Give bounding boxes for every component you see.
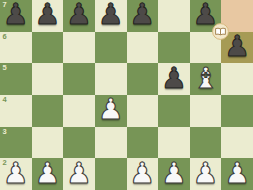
square-b5[interactable] (32, 63, 64, 95)
piece-black-pawn[interactable]: ♟ (129, 0, 155, 29)
square-g5[interactable]: ♝ (190, 63, 222, 95)
square-d4[interactable]: ♟ (95, 95, 127, 127)
square-e4[interactable] (127, 95, 159, 127)
chess-app-viewport: 7♟♟♟♟♟♟6♟5♟♝4♟32♟♟♟♟♟♟♟ (0, 0, 253, 190)
square-e7[interactable]: ♟ (127, 0, 159, 32)
square-d5[interactable] (95, 63, 127, 95)
square-f7[interactable] (158, 0, 190, 32)
square-c7[interactable]: ♟ (63, 0, 95, 32)
piece-white-pawn[interactable]: ♟ (161, 159, 187, 188)
square-a7[interactable]: 7♟ (0, 0, 32, 32)
square-d2[interactable] (95, 158, 127, 190)
square-h5[interactable] (221, 63, 253, 95)
square-e5[interactable] (127, 63, 159, 95)
piece-black-pawn[interactable]: ♟ (66, 0, 92, 29)
piece-white-pawn[interactable]: ♟ (34, 159, 60, 188)
open-book-icon (216, 28, 226, 35)
piece-black-pawn[interactable]: ♟ (34, 0, 60, 29)
square-f2[interactable]: ♟ (158, 158, 190, 190)
square-b4[interactable] (32, 95, 64, 127)
square-g2[interactable]: ♟ (190, 158, 222, 190)
book-move-badge (212, 23, 229, 40)
square-f5[interactable]: ♟ (158, 63, 190, 95)
piece-white-pawn[interactable]: ♟ (3, 159, 29, 188)
square-e2[interactable]: ♟ (127, 158, 159, 190)
piece-white-pawn[interactable]: ♟ (129, 159, 155, 188)
square-d3[interactable] (95, 127, 127, 159)
square-a5[interactable]: 5 (0, 63, 32, 95)
piece-black-pawn[interactable]: ♟ (3, 0, 29, 29)
square-c2[interactable]: ♟ (63, 158, 95, 190)
square-a4[interactable]: 4 (0, 95, 32, 127)
rank-label-4: 4 (3, 96, 7, 104)
square-b3[interactable] (32, 127, 64, 159)
square-g3[interactable] (190, 127, 222, 159)
square-c3[interactable] (63, 127, 95, 159)
rank-label-3: 3 (3, 128, 7, 136)
piece-white-pawn[interactable]: ♟ (66, 159, 92, 188)
square-g4[interactable] (190, 95, 222, 127)
piece-white-pawn[interactable]: ♟ (98, 95, 124, 124)
square-a2[interactable]: 2♟ (0, 158, 32, 190)
square-d6[interactable] (95, 32, 127, 64)
piece-black-pawn[interactable]: ♟ (98, 0, 124, 29)
square-h2[interactable]: ♟ (221, 158, 253, 190)
square-b2[interactable]: ♟ (32, 158, 64, 190)
square-c4[interactable] (63, 95, 95, 127)
rank-label-6: 6 (3, 33, 7, 41)
piece-black-pawn[interactable]: ♟ (161, 64, 187, 93)
piece-white-bishop[interactable]: ♝ (193, 64, 219, 93)
piece-white-pawn[interactable]: ♟ (224, 159, 250, 188)
square-e3[interactable] (127, 127, 159, 159)
square-f6[interactable] (158, 32, 190, 64)
square-a6[interactable]: 6 (0, 32, 32, 64)
square-d7[interactable]: ♟ (95, 0, 127, 32)
square-h3[interactable] (221, 127, 253, 159)
square-f4[interactable] (158, 95, 190, 127)
square-b6[interactable] (32, 32, 64, 64)
square-e6[interactable] (127, 32, 159, 64)
square-c6[interactable] (63, 32, 95, 64)
rank-label-5: 5 (3, 64, 7, 72)
square-a3[interactable]: 3 (0, 127, 32, 159)
square-h4[interactable] (221, 95, 253, 127)
square-b7[interactable]: ♟ (32, 0, 64, 32)
square-f3[interactable] (158, 127, 190, 159)
square-c5[interactable] (63, 63, 95, 95)
piece-white-pawn[interactable]: ♟ (193, 159, 219, 188)
